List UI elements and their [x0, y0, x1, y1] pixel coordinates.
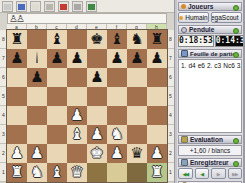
rank-label-1: 1 — [0, 163, 7, 182]
preferences-icon — [181, 182, 188, 183]
square-g1[interactable] — [127, 163, 147, 182]
pencil-icon — [181, 136, 188, 143]
players-icon — [181, 4, 186, 9]
square-f7[interactable]: ♟ — [107, 49, 127, 68]
rank-label-3: 3 — [0, 125, 7, 144]
square-e6[interactable]: ♟ — [87, 68, 107, 87]
evaluation-panel-title: Evaluation — [190, 136, 223, 143]
square-c3[interactable] — [47, 125, 67, 144]
square-e1[interactable] — [87, 163, 107, 182]
black-knight: ♞ — [130, 30, 143, 49]
square-h7[interactable]: ♟ — [147, 49, 167, 68]
square-e7[interactable] — [87, 49, 107, 68]
evaluation-value: +1,60 / blancs — [178, 145, 242, 156]
square-g8[interactable]: ♞ — [127, 30, 147, 49]
first-move-button[interactable]: ◀◀ — [178, 168, 193, 179]
recorder-icon — [181, 159, 188, 166]
board-icon — [88, 4, 95, 10]
clock-panel-title: Pendule — [189, 26, 214, 33]
square-c5[interactable] — [47, 87, 67, 106]
square-b2[interactable]: ♟ — [27, 144, 47, 163]
square-g3[interactable] — [127, 125, 147, 144]
white-knight: ♞ — [110, 125, 123, 144]
players-panel-title: Joueurs — [188, 3, 213, 10]
save-icon — [18, 4, 25, 10]
white-rook: ♜ — [150, 163, 163, 182]
black-king: ♚ — [90, 30, 103, 49]
black-pawn: ♟ — [30, 68, 43, 87]
players-led-icon — [233, 5, 239, 11]
square-d3[interactable]: ♝ — [67, 125, 87, 144]
square-d5[interactable] — [67, 87, 87, 106]
white-player-name: Humain — [185, 14, 207, 21]
square-h3[interactable] — [147, 125, 167, 144]
last-move-button[interactable]: ▶▶ — [228, 168, 243, 179]
square-d6[interactable] — [67, 68, 87, 87]
white-pawn: ♟ — [110, 144, 123, 163]
rank-label-8: 8 — [0, 30, 7, 49]
square-h5[interactable] — [147, 87, 167, 106]
square-b4[interactable] — [27, 106, 47, 125]
square-b5[interactable] — [27, 87, 47, 106]
move-token[interactable]: Nc6 — [223, 62, 235, 69]
square-a1[interactable]: ♜ — [7, 163, 27, 182]
white-pawn: ♟ — [10, 144, 23, 163]
recorder-led-icon — [233, 161, 239, 167]
black-pawn: ♟ — [110, 49, 123, 68]
square-f2[interactable]: ♟ — [107, 144, 127, 163]
record-button[interactable] — [58, 1, 69, 12]
move-list[interactable]: 1.d4e62.c3Nc63.e3Qg54.Nf3Qg65.Bd3Nxd46.c… — [178, 59, 242, 133]
square-g2[interactable]: ♛ — [127, 144, 147, 163]
rank-label-2: 2 — [0, 144, 7, 163]
move-token[interactable]: 1. — [181, 62, 186, 69]
notation-panel-header[interactable]: Feuille de partie — [178, 49, 242, 58]
black-bishop: ♝ — [110, 30, 123, 49]
rank-labels-right: 87654321 — [167, 30, 174, 182]
chess-board[interactable]: ♜♝♚♝♞♜♟♟♟♟♟♟♟♟♟♝♟♞♟♟♚♟♛♟♜♞♝♛♜ — [7, 30, 167, 182]
print-icon — [46, 4, 53, 10]
square-f5[interactable] — [107, 87, 127, 106]
pause-icon — [74, 4, 81, 10]
square-a6[interactable] — [7, 68, 27, 87]
black-pawn: ♟ — [50, 49, 63, 68]
black-pawn: ♟ — [70, 49, 83, 68]
notation-led-icon — [233, 52, 239, 58]
captured-pieces-tray: ♙♙ — [7, 13, 167, 24]
recorder-panel-header[interactable]: Enregistreur — [178, 158, 242, 167]
move-token[interactable]: 3. — [237, 62, 242, 69]
white-pawn: ♟ — [90, 125, 103, 144]
toolbar — [0, 0, 174, 13]
white-pawn: ♟ — [30, 144, 43, 163]
open-button[interactable] — [30, 1, 41, 12]
square-c2[interactable] — [47, 144, 67, 163]
side-panel: Joueurs Humain NegaScout ♞ Pendule 0:18:… — [177, 0, 243, 183]
rank-label-8: 8 — [167, 30, 174, 49]
black-clock: 0:14:34 — [215, 35, 245, 47]
square-e3[interactable]: ♟ — [87, 125, 107, 144]
new-icon — [4, 4, 11, 10]
rank-label-1: 1 — [167, 163, 174, 182]
preferences-panel-header[interactable]: Préférences — [178, 181, 242, 183]
white-queen: ♛ — [70, 163, 83, 182]
square-b3[interactable] — [27, 125, 47, 144]
recorder-panel-title: Enregistreur — [190, 159, 229, 166]
rank-label-2: 2 — [167, 144, 174, 163]
white-king: ♚ — [90, 144, 103, 163]
black-queen: ♛ — [130, 144, 143, 163]
square-g5[interactable] — [127, 87, 147, 106]
square-e2[interactable]: ♚ — [87, 144, 107, 163]
square-c1[interactable]: ♝ — [47, 163, 67, 182]
board-button[interactable] — [86, 1, 97, 12]
square-h2[interactable]: ♟ — [147, 144, 167, 163]
rank-label-7: 7 — [167, 49, 174, 68]
square-g6[interactable] — [127, 68, 147, 87]
rank-label-5: 5 — [167, 87, 174, 106]
previous-move-button[interactable]: ◀ — [195, 168, 210, 179]
black-player-name: NegaScout — [211, 14, 238, 21]
black-pawn: ♟ — [150, 49, 163, 68]
square-b8[interactable] — [27, 30, 47, 49]
jose-chess-window: ♙♙ abcdefgh 87654321 87654321 ♜♝♚♝♞♜♟♟♟♟… — [0, 0, 245, 183]
clock-icon — [181, 27, 187, 33]
square-d2[interactable] — [67, 144, 87, 163]
open-icon — [32, 4, 39, 10]
black-pawn: ♟ — [130, 49, 143, 68]
square-a8[interactable]: ♜ — [7, 30, 27, 49]
square-a3[interactable] — [7, 125, 27, 144]
evaluation-panel-header[interactable]: Evaluation — [178, 135, 242, 144]
black-pawn: ♟ — [90, 68, 103, 87]
clock-panel-header[interactable]: Pendule — [178, 25, 242, 34]
rank-label-6: 6 — [0, 68, 7, 87]
save-button[interactable] — [16, 1, 27, 12]
square-d1[interactable]: ♛ — [67, 163, 87, 182]
square-h4[interactable] — [147, 106, 167, 125]
square-b6[interactable]: ♟ — [27, 68, 47, 87]
square-h1[interactable]: ♜ — [147, 163, 167, 182]
human-icon — [179, 16, 183, 20]
square-g4[interactable] — [127, 106, 147, 125]
score-sheet-icon — [181, 50, 188, 57]
square-f6[interactable] — [107, 68, 127, 87]
rank-label-5: 5 — [0, 87, 7, 106]
square-e5[interactable] — [87, 87, 107, 106]
engine-knight-icon: ♞ — [240, 14, 242, 22]
square-d8[interactable] — [67, 30, 87, 49]
next-move-button[interactable]: ▶ — [211, 168, 226, 179]
black-bishop: ♝ — [50, 30, 63, 49]
square-d4[interactable]: ♟ — [67, 106, 87, 125]
square-g7[interactable]: ♟ — [127, 49, 147, 68]
record-icon — [60, 4, 67, 10]
square-c8[interactable]: ♝ — [47, 30, 67, 49]
square-h6[interactable] — [147, 68, 167, 87]
evaluation-led-icon — [233, 138, 239, 144]
black-player-button[interactable]: NegaScout ♞ — [211, 12, 242, 23]
move-token[interactable]: d4 — [188, 62, 195, 69]
square-a7[interactable]: ♟ — [7, 49, 27, 68]
black-rook: ♜ — [10, 30, 23, 49]
preferences-panel-title: Préférences — [190, 182, 227, 183]
square-a2[interactable]: ♟ — [7, 144, 27, 163]
notation-panel-title: Feuille de partie — [190, 50, 236, 56]
move-token[interactable]: e6 — [198, 62, 205, 69]
new-button[interactable] — [2, 1, 13, 12]
square-b1[interactable]: ♞ — [27, 163, 47, 182]
rank-label-4: 4 — [167, 106, 174, 125]
players-panel-header[interactable]: Joueurs — [178, 2, 242, 11]
clock-led-icon — [233, 28, 239, 34]
rank-label-3: 3 — [167, 125, 174, 144]
white-bishop: ♝ — [50, 163, 63, 182]
rank-labels-left: 87654321 — [0, 30, 7, 182]
move-token[interactable]: c3 — [214, 62, 221, 69]
white-knight: ♞ — [30, 163, 43, 182]
white-bishop: ♝ — [70, 125, 83, 144]
square-c4[interactable] — [47, 106, 67, 125]
square-c7[interactable]: ♟ — [47, 49, 67, 68]
rank-label-7: 7 — [0, 49, 7, 68]
white-pawn: ♟ — [70, 106, 83, 125]
square-f3[interactable]: ♞ — [107, 125, 127, 144]
white-clock: 0:18:53 — [178, 35, 214, 47]
square-d7[interactable]: ♟ — [67, 49, 87, 68]
square-f4[interactable] — [107, 106, 127, 125]
square-h8[interactable]: ♜ — [147, 30, 167, 49]
white-player-button[interactable]: Humain — [178, 12, 209, 23]
white-pawn: ♟ — [150, 144, 163, 163]
black-pawn: ♟ — [10, 49, 23, 68]
square-f1[interactable] — [107, 163, 127, 182]
square-e4[interactable] — [87, 106, 107, 125]
black-rook: ♜ — [150, 30, 163, 49]
move-token[interactable]: 2. — [207, 62, 212, 69]
square-a4[interactable] — [7, 106, 27, 125]
square-e8[interactable]: ♚ — [87, 30, 107, 49]
square-a5[interactable] — [7, 87, 27, 106]
vcr-buttons: ◀◀◀▶▶▶ — [178, 168, 242, 179]
pause-button[interactable] — [72, 1, 83, 12]
square-c6[interactable] — [47, 68, 67, 87]
white-rook: ♜ — [10, 163, 23, 182]
square-f8[interactable]: ♝ — [107, 30, 127, 49]
rank-label-6: 6 — [167, 68, 174, 87]
rank-label-4: 4 — [0, 106, 7, 125]
print-button[interactable] — [44, 1, 55, 12]
